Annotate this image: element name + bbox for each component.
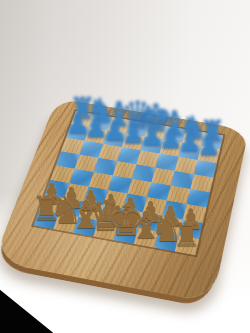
piece-black-pawn-h7[interactable]: ♟ <box>197 133 221 160</box>
board-perspective-scene <box>0 0 250 333</box>
photo-frame: ♜♞♝♛♚♝♞♜♟♟♟♟♟♟♟♟♟♟♟♟♟♟♟♟♜♞♝♛♚♝♞♜ <box>0 0 250 333</box>
piece-white-rook-h1[interactable]: ♜ <box>172 219 201 251</box>
